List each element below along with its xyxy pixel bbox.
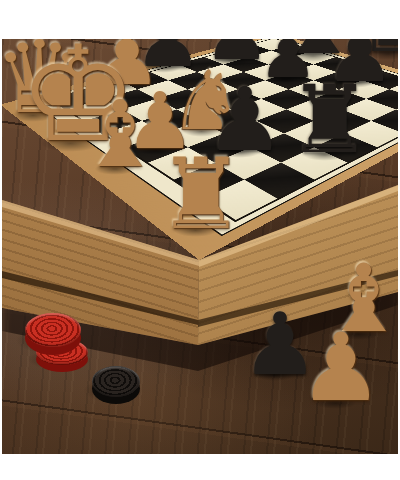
product-photo-card: ♛♚♝♜♟♞♟♟♜♟♟♟♝♟♚♟♝♟ (0, 0, 400, 480)
checker-black (92, 366, 140, 397)
piece-white-pawn-offboard: ♟ (294, 321, 388, 415)
piece-black-rook-h4: ♜ (283, 73, 377, 167)
piece-white-rook-h1: ♜ (152, 145, 250, 243)
checker-red (25, 313, 81, 347)
photo-area: ♛♚♝♜♟♞♟♟♜♟♟♟♝♟♚♟♝♟ (2, 39, 398, 454)
pieces-layer: ♛♚♝♜♟♞♟♟♜♟♟♟♝♟♚♟♝♟ (2, 39, 398, 454)
